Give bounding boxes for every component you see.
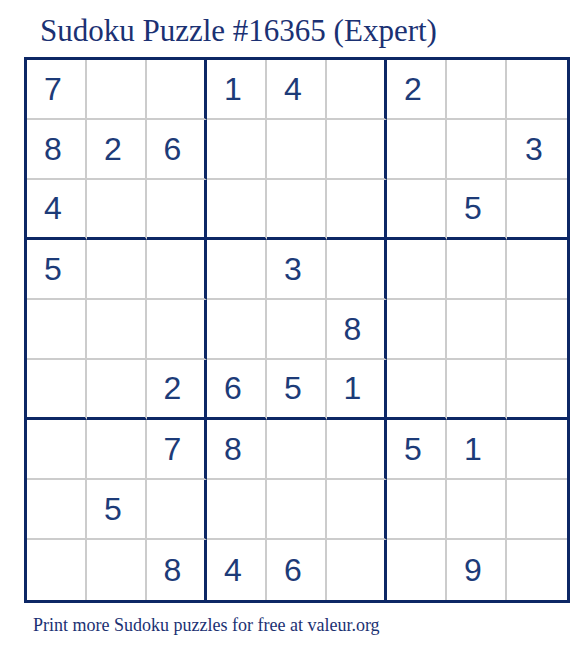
cell-r8c2: 5 [87,480,147,540]
given-digit: 4 [44,190,62,227]
cell-r9c1 [27,540,87,600]
cell-r6c4: 6 [207,360,267,420]
given-digit: 8 [224,431,242,468]
cell-r9c8: 9 [447,540,507,600]
cell-r6c3: 2 [147,360,207,420]
cell-r4c3 [147,240,207,300]
cell-r3c4 [207,180,267,240]
given-digit: 3 [284,251,302,288]
cell-r7c7: 5 [387,420,447,480]
cell-r9c5: 6 [267,540,327,600]
given-digit: 5 [104,491,122,528]
cell-r8c7 [387,480,447,540]
given-digit: 8 [44,131,62,168]
given-digit: 2 [164,370,182,407]
cell-r8c6 [327,480,387,540]
given-digit: 8 [164,552,182,589]
cell-r6c2 [87,360,147,420]
cell-r4c5: 3 [267,240,327,300]
cell-r7c4: 8 [207,420,267,480]
cell-r4c4 [207,240,267,300]
cell-r6c1 [27,360,87,420]
cell-r1c8 [447,60,507,120]
given-digit: 5 [44,251,62,288]
cell-r2c7 [387,120,447,180]
cell-r7c6 [327,420,387,480]
cell-r6c7 [387,360,447,420]
cell-r4c7 [387,240,447,300]
cell-r2c2: 2 [87,120,147,180]
cell-r2c4 [207,120,267,180]
cell-r1c7: 2 [387,60,447,120]
given-digit: 3 [525,131,543,168]
cell-r3c6 [327,180,387,240]
cell-r1c3 [147,60,207,120]
cell-r9c3: 8 [147,540,207,600]
cell-r7c1 [27,420,87,480]
cell-r3c2 [87,180,147,240]
cell-r1c6 [327,60,387,120]
given-digit: 1 [464,431,482,468]
cell-r3c1: 4 [27,180,87,240]
cell-r8c3 [147,480,207,540]
cell-r4c2 [87,240,147,300]
cell-r3c8: 5 [447,180,507,240]
given-digit: 5 [404,431,422,468]
given-digit: 6 [164,131,182,168]
cell-r3c9 [507,180,567,240]
cell-r9c2 [87,540,147,600]
given-digit: 8 [344,311,362,348]
given-digit: 5 [284,370,302,407]
cell-r5c9 [507,300,567,360]
given-digit: 1 [224,71,242,108]
cell-r5c4 [207,300,267,360]
sudoku-page: Sudoku Puzzle #16365 (Expert) 7142826345… [0,0,580,651]
cell-r5c1 [27,300,87,360]
cell-r2c9: 3 [507,120,567,180]
cell-r1c4: 1 [207,60,267,120]
cell-r4c8 [447,240,507,300]
cell-r6c8 [447,360,507,420]
cell-r7c8: 1 [447,420,507,480]
cell-r5c8 [447,300,507,360]
given-digit: 6 [224,370,242,407]
cell-r8c1 [27,480,87,540]
cell-r7c2 [87,420,147,480]
cell-r6c5: 5 [267,360,327,420]
given-digit: 7 [164,431,182,468]
cell-r5c7 [387,300,447,360]
given-digit: 6 [284,552,302,589]
given-digit: 5 [464,190,482,227]
cell-r5c5 [267,300,327,360]
cell-r2c6 [327,120,387,180]
given-digit: 9 [464,552,482,589]
sudoku-board: 71428263455382651785158469 [24,57,570,603]
cell-r9c4: 4 [207,540,267,600]
cell-r9c7 [387,540,447,600]
given-digit: 4 [284,71,302,108]
cell-r3c5 [267,180,327,240]
given-digit: 1 [344,370,362,407]
cell-r8c9 [507,480,567,540]
cell-r1c5: 4 [267,60,327,120]
cell-r7c3: 7 [147,420,207,480]
cell-r3c3 [147,180,207,240]
cell-r8c5 [267,480,327,540]
cell-r6c9 [507,360,567,420]
cell-r4c1: 5 [27,240,87,300]
given-digit: 4 [224,552,242,589]
cell-r2c8 [447,120,507,180]
footer-text: Print more Sudoku puzzles for free at va… [33,615,380,637]
cell-r4c9 [507,240,567,300]
cell-r5c3 [147,300,207,360]
cell-r8c4 [207,480,267,540]
cell-r1c9 [507,60,567,120]
cell-r2c3: 6 [147,120,207,180]
cell-r7c5 [267,420,327,480]
given-digit: 2 [404,71,422,108]
cell-r5c6: 8 [327,300,387,360]
cell-r2c5 [267,120,327,180]
cell-r2c1: 8 [27,120,87,180]
cell-r6c6: 1 [327,360,387,420]
cell-r8c8 [447,480,507,540]
given-digit: 7 [44,71,62,108]
cell-r1c1: 7 [27,60,87,120]
cell-r7c9 [507,420,567,480]
page-title: Sudoku Puzzle #16365 (Expert) [40,13,437,49]
cell-r3c7 [387,180,447,240]
cell-r9c6 [327,540,387,600]
cell-r1c2 [87,60,147,120]
given-digit: 2 [104,131,122,168]
cell-r4c6 [327,240,387,300]
cell-r9c9 [507,540,567,600]
cell-r5c2 [87,300,147,360]
